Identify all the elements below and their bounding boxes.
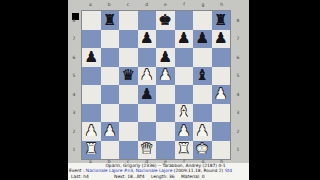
piece-white-pawn: ♟: [103, 123, 116, 138]
square-e1: [156, 141, 175, 160]
material-field: Material:0: [181, 174, 205, 179]
square-e5: ♟: [156, 67, 175, 86]
rank-label: 5: [233, 67, 243, 86]
chess-board: ♜♚♜♟♟♟♟♟♟♛♟♟♝♟♟♝♟♟♟♟♜♛♜♚: [81, 10, 231, 160]
square-c7: [119, 30, 138, 49]
next-move-label: Next:: [114, 174, 126, 179]
file-label: f: [175, 1, 194, 8]
square-a2: ♟: [82, 122, 101, 141]
file-label: b: [100, 1, 119, 8]
piece-black-pawn: ♟: [196, 31, 209, 46]
game-info-footer: Oparin, Grigoriy (2336) -- Tarabbon, And…: [68, 163, 249, 180]
last-move-label: Last:: [71, 174, 82, 179]
square-b4: [101, 85, 120, 104]
length-label: Length:: [151, 174, 168, 179]
chess-app-area: abcdefgh 87654321 ♜♚♜♟♟♟♟♟♟♛♟♟♝♟♟♝♟♟♟♟♜♛…: [68, 0, 249, 180]
last-move-value: h4: [83, 174, 89, 179]
event-details: (2009.11.18, Round 2): [174, 168, 223, 173]
square-h5: [212, 67, 231, 86]
square-a5: [82, 67, 101, 86]
square-d2: [138, 122, 157, 141]
material-label: Material:: [181, 174, 200, 179]
square-g7: ♟: [193, 30, 212, 49]
white-player-name: Oparin, Grigoriy: [105, 163, 140, 168]
piece-black-pawn: ♟: [85, 49, 98, 64]
square-g6: [193, 48, 212, 67]
square-d5: ♟: [138, 67, 157, 86]
square-f6: [175, 48, 194, 67]
square-c4: [119, 85, 138, 104]
file-label: a: [81, 1, 100, 8]
square-c3: [119, 104, 138, 123]
rank-label: 2: [233, 122, 243, 141]
rank-labels-right: 87654321: [233, 11, 243, 159]
square-h7: ♟: [212, 30, 231, 49]
rank-label: 8: [233, 11, 243, 30]
file-label: d: [137, 1, 156, 8]
square-d7: ♟: [138, 30, 157, 49]
square-g3: [193, 104, 212, 123]
file-label: c: [119, 1, 138, 8]
square-d4: ♟: [138, 85, 157, 104]
piece-black-pawn: ♟: [140, 31, 153, 46]
rank-label: 7: [69, 30, 79, 49]
square-a7: [82, 30, 101, 49]
square-b7: [101, 30, 120, 49]
square-e7: [156, 30, 175, 49]
rank-label: 1: [69, 141, 79, 160]
square-g8: [193, 11, 212, 30]
white-player-rating: (2336): [142, 163, 157, 168]
square-b2: ♟: [101, 122, 120, 141]
square-b1: [101, 141, 120, 160]
square-b8: ♜: [101, 11, 120, 30]
piece-white-pawn: ♟: [177, 123, 190, 138]
square-e6: ♟: [156, 48, 175, 67]
event-mode: Std: [225, 168, 232, 173]
next-move-value: 18...Bf4: [127, 174, 144, 179]
rank-label: 6: [69, 48, 79, 67]
piece-black-pawn: ♟: [214, 31, 227, 46]
square-c8: [119, 11, 138, 30]
next-move-field: Next:18...Bf4: [114, 174, 144, 179]
event-label: Event :: [69, 168, 84, 173]
piece-black-rook: ♜: [103, 12, 116, 27]
file-label: g: [194, 1, 213, 8]
video-frame: abcdefgh 87654321 ♜♚♜♟♟♟♟♟♟♛♟♟♝♟♟♝♟♟♟♟♜♛…: [0, 0, 320, 180]
rank-label: 2: [69, 122, 79, 141]
event-link: Nacionale Lajore #n3, Nacionale Lajore: [86, 168, 173, 173]
square-h4: ♟: [212, 85, 231, 104]
piece-black-queen: ♛: [122, 68, 135, 83]
rank-label: 5: [69, 67, 79, 86]
file-label: e: [156, 1, 175, 8]
rank-label: 6: [233, 48, 243, 67]
black-player-rating: (2187): [202, 163, 217, 168]
piece-white-pawn: ♟: [159, 68, 172, 83]
square-f5: [175, 67, 194, 86]
square-c6: [119, 48, 138, 67]
square-d1: ♛: [138, 141, 157, 160]
square-g4: [193, 85, 212, 104]
piece-white-pawn: ♟: [196, 123, 209, 138]
rank-label: 3: [69, 104, 79, 123]
players-separator: --: [158, 163, 161, 168]
rank-label: 8: [69, 11, 79, 30]
square-f2: ♟: [175, 122, 194, 141]
square-f3: ♝: [175, 104, 194, 123]
piece-white-king: ♚: [196, 142, 209, 157]
length-value: 36: [169, 174, 175, 179]
square-b3: [101, 104, 120, 123]
square-a4: [82, 85, 101, 104]
square-a3: [82, 104, 101, 123]
black-player-name: Tarabbon, Andrey: [162, 163, 201, 168]
square-h6: [212, 48, 231, 67]
piece-white-bishop: ♝: [177, 105, 190, 120]
square-a6: ♟: [82, 48, 101, 67]
square-f4: [175, 85, 194, 104]
square-e4: [156, 85, 175, 104]
square-c1: [119, 141, 138, 160]
rank-labels-left: 87654321: [69, 11, 79, 159]
last-move-field: Last:h4: [71, 174, 89, 179]
square-e2: [156, 122, 175, 141]
piece-white-queen: ♛: [140, 142, 153, 157]
file-labels-top: abcdefgh: [81, 1, 231, 8]
square-d6: [138, 48, 157, 67]
square-h8: ♜: [212, 11, 231, 30]
square-g2: ♟: [193, 122, 212, 141]
length-field: Length:36: [151, 174, 175, 179]
square-h2: [212, 122, 231, 141]
square-b6: [101, 48, 120, 67]
square-g5: ♝: [193, 67, 212, 86]
rank-label: 7: [233, 30, 243, 49]
square-e8: ♚: [156, 11, 175, 30]
piece-white-pawn: ♟: [214, 86, 227, 101]
piece-black-pawn: ♟: [159, 49, 172, 64]
square-d3: [138, 104, 157, 123]
piece-black-king: ♚: [159, 12, 172, 27]
square-f1: ♜: [175, 141, 194, 160]
square-d8: [138, 11, 157, 30]
rank-label: 1: [233, 141, 243, 160]
piece-white-rook: ♜: [85, 142, 98, 157]
rank-label: 3: [233, 104, 243, 123]
square-c5: ♛: [119, 67, 138, 86]
piece-black-pawn: ♟: [140, 86, 153, 101]
status-line: Last:h4 Next:18...Bf4 Length:36 Material…: [68, 174, 249, 179]
piece-black-bishop: ♝: [196, 68, 209, 83]
square-h3: [212, 104, 231, 123]
square-g1: ♚: [193, 141, 212, 160]
square-a8: [82, 11, 101, 30]
square-c2: [119, 122, 138, 141]
square-f8: [175, 11, 194, 30]
game-result: 0-1: [218, 163, 225, 168]
square-h1: [212, 141, 231, 160]
piece-white-rook: ♜: [177, 142, 190, 157]
piece-white-pawn: ♟: [140, 68, 153, 83]
square-a1: ♜: [82, 141, 101, 160]
rank-label: 4: [233, 85, 243, 104]
rank-label: 4: [69, 85, 79, 104]
square-b5: [101, 67, 120, 86]
material-value: 0: [202, 174, 205, 179]
piece-black-rook: ♜: [214, 12, 227, 27]
square-f7: ♟: [175, 30, 194, 49]
file-label: h: [212, 1, 231, 8]
piece-black-pawn: ♟: [177, 31, 190, 46]
square-e3: [156, 104, 175, 123]
piece-white-pawn: ♟: [85, 123, 98, 138]
